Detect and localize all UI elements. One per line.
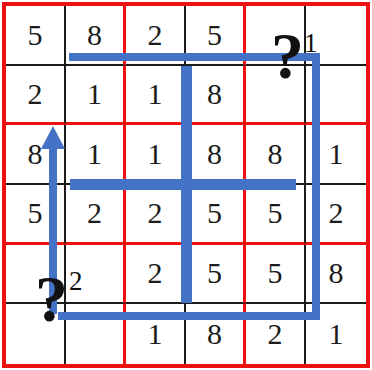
cell-r3c3: 1: [126, 125, 186, 185]
cell-r3c5: 8: [246, 125, 306, 185]
blue-path-bottom-segment: [58, 312, 320, 320]
puzzle-canvas: 5825211881188152255225581821 ? 1 ? 2: [0, 0, 372, 370]
cell-r2c4: 8: [186, 66, 246, 126]
cell-r4c1: 5: [6, 185, 66, 245]
cell-r5c5: 5: [246, 245, 306, 305]
cell-r3c2: 1: [66, 125, 126, 185]
question-mark-1: ?: [271, 23, 304, 89]
question-mark-2: ?: [35, 266, 68, 332]
question-mark-1-label: 1: [304, 30, 318, 57]
question-mark-2-label: 2: [69, 268, 83, 295]
cell-r2c3: 1: [126, 66, 186, 126]
cell-r4c5: 5: [246, 185, 306, 245]
cell-r5c3: 2: [126, 245, 186, 305]
blue-up-arrow-head-icon: [41, 126, 65, 149]
cell-r2c1: 2: [6, 66, 66, 126]
cell-r5c4: 5: [186, 245, 246, 305]
blue-path-right-segment: [312, 53, 320, 320]
cell-r4c4: 5: [186, 185, 246, 245]
cell-r4c3: 2: [126, 185, 186, 245]
blue-cross-horizontal: [70, 179, 296, 190]
cell-r1c1: 5: [6, 6, 66, 66]
cell-r3c4: 8: [186, 125, 246, 185]
cell-r4c2: 2: [66, 185, 126, 245]
cell-r2c2: 1: [66, 66, 126, 126]
